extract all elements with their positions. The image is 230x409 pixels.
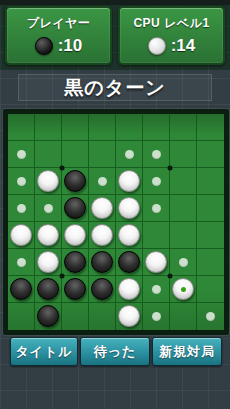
board-cell[interactable] (62, 195, 89, 222)
board-cell[interactable] (62, 249, 89, 276)
black-disc (37, 278, 59, 300)
board-cell[interactable] (143, 276, 170, 303)
board-cell[interactable] (170, 114, 197, 141)
board-cell[interactable] (8, 141, 35, 168)
board-cell[interactable] (8, 249, 35, 276)
new-game-button[interactable]: 新規対局 (152, 337, 222, 366)
legal-move-hint (125, 150, 134, 159)
player-name-label: プレイヤー (7, 15, 110, 32)
board-cell[interactable] (143, 249, 170, 276)
board-cell[interactable] (8, 303, 35, 330)
board-cell[interactable] (143, 195, 170, 222)
black-disc (118, 251, 140, 273)
board-cell[interactable] (170, 141, 197, 168)
board-cell[interactable] (35, 168, 62, 195)
star-point (168, 274, 173, 279)
board-cell[interactable] (116, 249, 143, 276)
legal-move-hint (152, 312, 161, 321)
board-cell[interactable] (8, 114, 35, 141)
player-score-panel: プレイヤー :10 (5, 6, 112, 65)
black-disc (10, 278, 32, 300)
legal-move-hint (179, 258, 188, 267)
black-disc (64, 251, 86, 273)
othello-board (8, 114, 224, 330)
board-cell[interactable] (143, 114, 170, 141)
board-cell[interactable] (116, 114, 143, 141)
board-cell[interactable] (89, 114, 116, 141)
legal-move-hint (152, 177, 161, 186)
board-cell[interactable] (116, 195, 143, 222)
othello-app-screen: プレイヤー :10 CPU レベル1 :14 黒のターン タイトル 待った 新規… (0, 0, 230, 409)
black-disc (91, 251, 113, 273)
board-cell[interactable] (35, 303, 62, 330)
turn-banner: 黒のターン (18, 74, 212, 101)
board-cell[interactable] (8, 222, 35, 249)
board-cell[interactable] (35, 195, 62, 222)
board-cell[interactable] (35, 114, 62, 141)
white-disc-icon (148, 37, 166, 55)
board-cell[interactable] (35, 141, 62, 168)
title-button[interactable]: タイトル (10, 337, 78, 366)
board-cell[interactable] (143, 303, 170, 330)
board-cell[interactable] (89, 141, 116, 168)
white-disc (37, 251, 59, 273)
board-cell[interactable] (197, 141, 224, 168)
board-cell[interactable] (116, 276, 143, 303)
score-header: プレイヤー :10 CPU レベル1 :14 (0, 0, 230, 70)
board-cell[interactable] (89, 303, 116, 330)
legal-move-hint (152, 204, 161, 213)
white-disc (145, 251, 167, 273)
board-cell[interactable] (197, 276, 224, 303)
white-disc (118, 278, 140, 300)
white-disc (118, 197, 140, 219)
last-move-marker (181, 287, 186, 292)
legal-move-hint (152, 285, 161, 294)
board-cell[interactable] (197, 303, 224, 330)
board-cell[interactable] (89, 222, 116, 249)
board-cell[interactable] (8, 195, 35, 222)
legal-move-hint (98, 177, 107, 186)
board-cell[interactable] (35, 276, 62, 303)
legal-move-hint (17, 150, 26, 159)
board-cell[interactable] (35, 222, 62, 249)
board-cell[interactable] (197, 249, 224, 276)
board-cell[interactable] (89, 249, 116, 276)
board-cell[interactable] (62, 141, 89, 168)
white-disc (37, 170, 59, 192)
black-disc (37, 305, 59, 327)
board-cell[interactable] (35, 249, 62, 276)
white-disc (91, 197, 113, 219)
white-disc (118, 224, 140, 246)
board-cell[interactable] (8, 168, 35, 195)
board-cell[interactable] (170, 195, 197, 222)
board-cell[interactable] (62, 114, 89, 141)
cpu-score-row: :14 (120, 36, 223, 56)
player-score: :10 (58, 36, 83, 56)
board-cell[interactable] (116, 168, 143, 195)
star-point (168, 166, 173, 171)
board-cell[interactable] (89, 195, 116, 222)
legal-move-hint (17, 177, 26, 186)
board-cell[interactable] (197, 222, 224, 249)
legal-move-hint (17, 258, 26, 267)
board-cell[interactable] (116, 303, 143, 330)
board-cell[interactable] (8, 276, 35, 303)
cpu-name-label: CPU レベル1 (120, 15, 223, 32)
white-disc (91, 224, 113, 246)
black-disc (91, 278, 113, 300)
board-cell[interactable] (197, 168, 224, 195)
board-cell[interactable] (62, 303, 89, 330)
board-cell[interactable] (143, 222, 170, 249)
white-disc (10, 224, 32, 246)
board-cell[interactable] (62, 168, 89, 195)
legal-move-hint (206, 312, 215, 321)
board-cell[interactable] (89, 168, 116, 195)
board-cell[interactable] (197, 114, 224, 141)
white-disc (37, 224, 59, 246)
board-cell[interactable] (89, 276, 116, 303)
legal-move-hint (44, 204, 53, 213)
white-disc (172, 278, 194, 300)
legal-move-hint (17, 204, 26, 213)
player-score-row: :10 (7, 36, 110, 56)
board-cell[interactable] (62, 222, 89, 249)
star-point (60, 274, 65, 279)
board-frame (3, 109, 229, 335)
board-cell[interactable] (197, 195, 224, 222)
board-cell[interactable] (116, 222, 143, 249)
board-cell[interactable] (170, 276, 197, 303)
black-disc (64, 197, 86, 219)
star-point (60, 166, 65, 171)
board-cell[interactable] (116, 141, 143, 168)
board-cell[interactable] (170, 222, 197, 249)
black-disc-icon (35, 37, 53, 55)
board-cell[interactable] (170, 303, 197, 330)
cpu-score: :14 (171, 36, 196, 56)
undo-button[interactable]: 待った (80, 337, 150, 366)
black-disc (64, 278, 86, 300)
white-disc (64, 224, 86, 246)
board-cell[interactable] (143, 141, 170, 168)
legal-move-hint (152, 150, 161, 159)
cpu-score-panel: CPU レベル1 :14 (118, 6, 225, 65)
board-cell[interactable] (62, 276, 89, 303)
board-cell[interactable] (143, 168, 170, 195)
black-disc (64, 170, 86, 192)
white-disc (118, 305, 140, 327)
board-cell[interactable] (170, 249, 197, 276)
white-disc (118, 170, 140, 192)
board-cell[interactable] (170, 168, 197, 195)
